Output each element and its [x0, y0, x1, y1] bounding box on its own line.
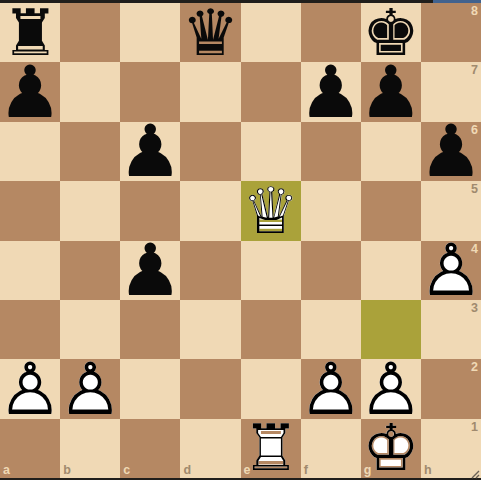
square-e5[interactable]: ♛♕: [241, 181, 301, 240]
white-queen[interactable]: ♛♕: [241, 181, 301, 240]
square-c1[interactable]: c: [120, 419, 180, 478]
file-label-d: d: [183, 463, 191, 477]
square-d2[interactable]: [180, 359, 240, 418]
file-label-f: f: [304, 463, 308, 477]
rank-label-4: 4: [471, 242, 478, 256]
square-h1[interactable]: 1h: [421, 419, 481, 478]
square-e7[interactable]: [241, 62, 301, 121]
file-label-c: c: [123, 463, 130, 477]
black-pawn[interactable]: ♟: [0, 62, 60, 121]
white-rook-outline: ♖: [242, 416, 299, 480]
file-label-e: e: [244, 463, 251, 477]
square-h4[interactable]: 4♟♙: [421, 241, 481, 300]
file-label-a: a: [3, 463, 10, 477]
square-g4[interactable]: [361, 241, 421, 300]
white-pawn-outline: ♙: [58, 353, 123, 425]
white-pawn-outline: ♙: [0, 353, 62, 425]
square-b7[interactable]: [60, 62, 120, 121]
square-d1[interactable]: d: [180, 419, 240, 478]
square-a5[interactable]: [0, 181, 60, 240]
white-queen-outline: ♕: [242, 179, 299, 243]
black-pawn-glyph: ♟: [359, 56, 424, 128]
square-c2[interactable]: [120, 359, 180, 418]
rank-label-6: 6: [471, 123, 478, 137]
board-resize-handle-icon[interactable]: [468, 465, 480, 477]
square-h6[interactable]: 6♟: [421, 122, 481, 181]
square-c8[interactable]: [120, 3, 180, 62]
white-pawn[interactable]: ♟♙: [301, 359, 361, 418]
square-e2[interactable]: [241, 359, 301, 418]
square-d5[interactable]: [180, 181, 240, 240]
file-label-b: b: [63, 463, 71, 477]
black-queen-glyph: ♛: [182, 1, 239, 65]
square-b2[interactable]: ♟♙: [60, 359, 120, 418]
square-b8[interactable]: [60, 3, 120, 62]
rank-label-2: 2: [471, 360, 478, 374]
square-d3[interactable]: [180, 300, 240, 359]
square-g7[interactable]: ♟: [361, 62, 421, 121]
square-f5[interactable]: [301, 181, 361, 240]
square-d4[interactable]: [180, 241, 240, 300]
square-a7[interactable]: ♟: [0, 62, 60, 121]
chess-board: ♜♛♚8♟♟♟7♟6♟♛♕5♟4♟♙3♟♙♟♙♟♙♟♙2abcde♜♖fg♚♔1…: [0, 3, 481, 478]
rank-label-1: 1: [471, 420, 478, 434]
white-pawn[interactable]: ♟♙: [0, 359, 60, 418]
square-g2[interactable]: ♟♙: [361, 359, 421, 418]
black-pawn-glyph: ♟: [0, 56, 62, 128]
rank-label-8: 8: [471, 4, 478, 18]
black-pawn[interactable]: ♟: [361, 62, 421, 121]
square-d8[interactable]: ♛: [180, 3, 240, 62]
black-pawn-glyph: ♟: [118, 234, 183, 306]
square-e6[interactable]: [241, 122, 301, 181]
top-strip-blue-segment: [433, 0, 481, 3]
square-b6[interactable]: [60, 122, 120, 181]
white-pawn[interactable]: ♟♙: [361, 359, 421, 418]
black-pawn[interactable]: ♟: [120, 122, 180, 181]
square-d6[interactable]: [180, 122, 240, 181]
square-f4[interactable]: [301, 241, 361, 300]
file-label-h: h: [424, 463, 432, 477]
square-e1[interactable]: e♜♖: [241, 419, 301, 478]
square-f2[interactable]: ♟♙: [301, 359, 361, 418]
black-queen[interactable]: ♛: [180, 3, 240, 62]
black-pawn[interactable]: ♟: [120, 241, 180, 300]
square-e8[interactable]: [241, 3, 301, 62]
square-a4[interactable]: [0, 241, 60, 300]
file-label-g: g: [364, 463, 372, 477]
square-b5[interactable]: [60, 181, 120, 240]
square-h8[interactable]: 8: [421, 3, 481, 62]
black-pawn-glyph: ♟: [118, 115, 183, 187]
square-e4[interactable]: [241, 241, 301, 300]
rank-label-3: 3: [471, 301, 478, 315]
square-h2[interactable]: 2: [421, 359, 481, 418]
rank-label-5: 5: [471, 182, 478, 196]
square-f7[interactable]: ♟: [301, 62, 361, 121]
square-e3[interactable]: [241, 300, 301, 359]
square-c4[interactable]: ♟: [120, 241, 180, 300]
black-pawn[interactable]: ♟: [301, 62, 361, 121]
square-a2[interactable]: ♟♙: [0, 359, 60, 418]
white-pawn[interactable]: ♟♙: [60, 359, 120, 418]
square-b4[interactable]: [60, 241, 120, 300]
square-g1[interactable]: g♚♔: [361, 419, 421, 478]
white-pawn-outline: ♙: [298, 353, 363, 425]
square-d7[interactable]: [180, 62, 240, 121]
top-strip: [0, 0, 481, 3]
square-c6[interactable]: ♟: [120, 122, 180, 181]
square-g5[interactable]: [361, 181, 421, 240]
rank-label-7: 7: [471, 63, 478, 77]
black-pawn-glyph: ♟: [298, 56, 363, 128]
